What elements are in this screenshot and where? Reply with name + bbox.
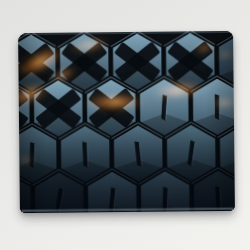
pattern-svg [18,31,235,213]
photo-backdrop [0,0,250,250]
blanket [18,31,235,213]
vignette-sides [18,31,235,213]
